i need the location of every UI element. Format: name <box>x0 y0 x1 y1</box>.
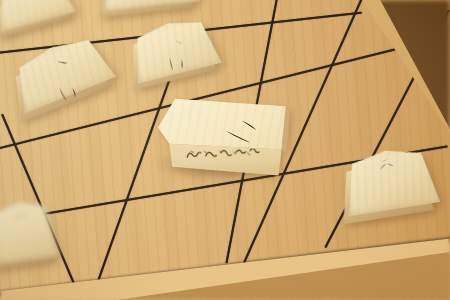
piece-king[interactable]: 王将 <box>148 90 290 186</box>
shogi-photo-scene: Close-up photograph of a shogi board wit… <box>0 0 450 300</box>
kanji-sha <box>377 180 404 203</box>
kanji-kyou <box>10 208 33 228</box>
kanji-kyou <box>374 156 401 179</box>
piece-lance-bottom-left[interactable]: 香車 <box>0 197 60 265</box>
piece-lance-right[interactable]: 香車 <box>340 144 440 217</box>
kanji-sha <box>13 230 36 250</box>
